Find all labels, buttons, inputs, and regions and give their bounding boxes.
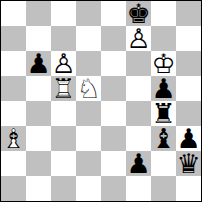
white-knight-d5: ♞♘ (76, 76, 101, 101)
black-piece-glyph: ♟ (26, 51, 51, 76)
square-b3[interactable] (26, 126, 51, 151)
square-e1[interactable] (101, 176, 126, 201)
square-a7[interactable] (1, 26, 26, 51)
square-a2[interactable] (1, 151, 26, 176)
square-d7[interactable] (76, 26, 101, 51)
square-c2[interactable] (51, 151, 76, 176)
black-queen-h2: ♛ (176, 151, 201, 176)
square-c4[interactable] (51, 101, 76, 126)
square-b6[interactable]: ♟ (26, 51, 51, 76)
square-g8[interactable] (151, 1, 176, 26)
square-d2[interactable] (76, 151, 101, 176)
square-h2[interactable]: ♛ (176, 151, 201, 176)
white-piece-outline: ♙ (126, 26, 151, 51)
white-bishop-a3: ♝♗ (1, 126, 26, 151)
square-h6[interactable] (176, 51, 201, 76)
black-piece-glyph: ♝ (151, 126, 176, 151)
square-c3[interactable] (51, 126, 76, 151)
square-e4[interactable] (101, 101, 126, 126)
square-f6[interactable] (126, 51, 151, 76)
square-a1[interactable] (1, 176, 26, 201)
square-f1[interactable] (126, 176, 151, 201)
white-piece-outline: ♗ (1, 126, 26, 151)
square-e2[interactable] (101, 151, 126, 176)
black-piece-glyph: ♟ (126, 151, 151, 176)
square-c8[interactable] (51, 1, 76, 26)
square-h1[interactable] (176, 176, 201, 201)
square-g1[interactable] (151, 176, 176, 201)
square-b8[interactable] (26, 1, 51, 26)
square-f7[interactable]: ♟♙ (126, 26, 151, 51)
square-c5[interactable]: ♜♖ (51, 76, 76, 101)
square-g2[interactable] (151, 151, 176, 176)
white-piece-outline: ♘ (76, 76, 101, 101)
square-e8[interactable] (101, 1, 126, 26)
square-d3[interactable] (76, 126, 101, 151)
square-a6[interactable] (1, 51, 26, 76)
white-piece-outline: ♖ (51, 76, 76, 101)
square-b4[interactable] (26, 101, 51, 126)
square-d5[interactable]: ♞♘ (76, 76, 101, 101)
black-pawn-f2: ♟ (126, 151, 151, 176)
black-bishop-g3: ♝ (151, 126, 176, 151)
square-d4[interactable] (76, 101, 101, 126)
square-c1[interactable] (51, 176, 76, 201)
square-b2[interactable] (26, 151, 51, 176)
square-d8[interactable] (76, 1, 101, 26)
square-e6[interactable] (101, 51, 126, 76)
square-d1[interactable] (76, 176, 101, 201)
square-g3[interactable]: ♝ (151, 126, 176, 151)
square-f5[interactable] (126, 76, 151, 101)
black-piece-glyph: ♛ (176, 151, 201, 176)
chess-board: ♚♟♙♟♟♙♚♔♜♖♞♘♟♜♝♗♝♟♟♛ (0, 0, 202, 202)
square-a3[interactable]: ♝♗ (1, 126, 26, 151)
square-a5[interactable] (1, 76, 26, 101)
square-h7[interactable] (176, 26, 201, 51)
square-h8[interactable] (176, 1, 201, 26)
black-pawn-b6: ♟ (26, 51, 51, 76)
square-h5[interactable] (176, 76, 201, 101)
white-pawn-f7: ♟♙ (126, 26, 151, 51)
square-e3[interactable] (101, 126, 126, 151)
square-f2[interactable]: ♟ (126, 151, 151, 176)
square-f4[interactable] (126, 101, 151, 126)
square-e7[interactable] (101, 26, 126, 51)
square-b1[interactable] (26, 176, 51, 201)
square-a8[interactable] (1, 1, 26, 26)
white-rook-c5: ♜♖ (51, 76, 76, 101)
square-b5[interactable] (26, 76, 51, 101)
square-e5[interactable] (101, 76, 126, 101)
